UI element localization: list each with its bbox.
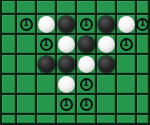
white-disc [38,16,55,33]
cell-r2c0[interactable] [2,35,15,53]
black-disc [38,56,55,73]
legal-move-marker[interactable]: 1 [120,38,133,51]
cell-r4c0[interactable] [2,75,15,93]
black-disc [58,56,75,73]
legal-move-marker[interactable]: 1 [80,18,93,31]
cell-r4c2[interactable] [37,75,55,93]
cell-r5c0[interactable] [2,95,15,113]
cell-r1c1[interactable]: 1 [17,15,35,33]
legal-move-marker[interactable]: 1 [40,38,53,51]
legal-move-marker[interactable]: 1 [136,18,149,31]
cell-r1c7[interactable]: 1 [137,15,148,33]
white-disc [58,36,75,53]
othello-board-grid: 11111111 [0,0,150,125]
cell-r2c4[interactable] [77,35,95,53]
cell-r4c4[interactable]: 1 [77,75,95,93]
black-disc [58,16,75,33]
cell-r6c1[interactable] [17,115,35,123]
cell-r0c2[interactable] [37,1,55,13]
cell-r1c5[interactable] [97,15,115,33]
cell-r6c0[interactable] [2,115,15,123]
legal-move-marker[interactable]: 1 [60,98,73,111]
legal-move-marker[interactable]: 1 [20,18,33,31]
cell-r1c0[interactable] [2,15,15,33]
cell-r2c1[interactable] [17,35,35,53]
cell-r2c7[interactable] [137,35,148,53]
cell-r3c1[interactable] [17,55,35,73]
cell-r4c7[interactable] [137,75,148,93]
cell-r3c0[interactable] [2,55,15,73]
cell-r3c5[interactable] [97,55,115,73]
cell-r6c4[interactable] [77,115,95,123]
cell-r5c2[interactable] [37,95,55,113]
cell-r4c5[interactable] [97,75,115,93]
legal-move-marker[interactable]: 1 [80,78,93,91]
cell-r2c3[interactable] [57,35,75,53]
cell-r5c7[interactable] [137,95,148,113]
white-disc [78,56,95,73]
cell-r3c6[interactable] [117,55,135,73]
black-disc [98,56,115,73]
black-disc [98,16,115,33]
cell-r1c6[interactable] [117,15,135,33]
cell-r2c5[interactable] [97,35,115,53]
cell-r0c1[interactable] [17,1,35,13]
cell-r0c6[interactable] [117,1,135,13]
cell-r3c2[interactable] [37,55,55,73]
cell-r4c3[interactable] [57,75,75,93]
cell-r6c7[interactable] [137,115,148,123]
cell-r6c3[interactable] [57,115,75,123]
cell-r3c7[interactable] [137,55,148,73]
cell-r3c3[interactable] [57,55,75,73]
cell-r2c6[interactable]: 1 [117,35,135,53]
cell-r0c5[interactable] [97,1,115,13]
cell-r6c6[interactable] [117,115,135,123]
cell-r6c5[interactable] [97,115,115,123]
legal-move-marker[interactable]: 1 [80,98,93,111]
cell-r5c4[interactable]: 1 [77,95,95,113]
cell-r1c4[interactable]: 1 [77,15,95,33]
cell-r5c5[interactable] [97,95,115,113]
cell-r3c4[interactable] [77,55,95,73]
white-disc [98,36,115,53]
white-disc [58,76,75,93]
cell-r1c2[interactable] [37,15,55,33]
cell-r0c4[interactable] [77,1,95,13]
cell-r4c6[interactable] [117,75,135,93]
cell-r5c3[interactable]: 1 [57,95,75,113]
cell-r0c7[interactable] [137,1,148,13]
cell-r4c1[interactable] [17,75,35,93]
cell-r5c6[interactable] [117,95,135,113]
white-disc [118,16,135,33]
cell-r0c3[interactable] [57,1,75,13]
cell-r2c2[interactable]: 1 [37,35,55,53]
black-disc [78,36,95,53]
cell-r0c0[interactable] [2,1,15,13]
cell-r5c1[interactable] [17,95,35,113]
cell-r1c3[interactable] [57,15,75,33]
cell-r6c2[interactable] [37,115,55,123]
